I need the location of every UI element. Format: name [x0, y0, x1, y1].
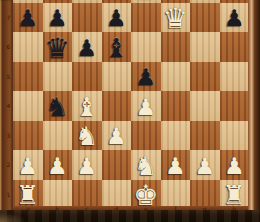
rank-label-2: 2 — [5, 150, 12, 180]
rank-label-7: 7 — [5, 3, 12, 33]
square-f5[interactable] — [161, 62, 191, 92]
rank-label-3: 3 — [5, 121, 12, 151]
square-h2[interactable]: ♟ — [220, 150, 250, 180]
square-a5[interactable] — [13, 62, 43, 92]
square-e2[interactable]: ♞ — [131, 150, 161, 180]
square-c6[interactable]: ♟ — [72, 32, 102, 62]
square-d3[interactable]: ♟ — [102, 121, 132, 151]
square-h5[interactable] — [220, 62, 250, 92]
square-g2[interactable]: ♟ — [190, 150, 220, 180]
square-e6[interactable] — [131, 32, 161, 62]
square-b3[interactable] — [43, 121, 73, 151]
square-f2[interactable]: ♟ — [161, 150, 191, 180]
square-c4[interactable]: ♝ — [72, 91, 102, 121]
frame-corner-highlight — [0, 212, 26, 222]
file-label-b: b — [43, 205, 73, 212]
piece-black-pawn[interactable]: ♟ — [135, 63, 156, 92]
square-h6[interactable] — [220, 32, 250, 62]
square-b6[interactable]: ♛ — [43, 32, 73, 62]
board-frame-right — [248, 0, 260, 222]
square-d7[interactable]: ♟ — [102, 3, 132, 33]
square-a3[interactable] — [13, 121, 43, 151]
piece-white-pawn[interactable]: ♟ — [194, 152, 215, 181]
piece-black-pawn[interactable]: ♟ — [76, 34, 97, 63]
square-b2[interactable]: ♟ — [43, 150, 73, 180]
piece-white-bishop[interactable]: ♝ — [75, 93, 98, 122]
square-g5[interactable] — [190, 62, 220, 92]
piece-white-pawn[interactable]: ♟ — [76, 152, 97, 181]
file-label-h: h — [220, 205, 250, 212]
rank-label-6: 6 — [5, 32, 12, 62]
square-b7[interactable]: ♟ — [43, 3, 73, 33]
square-e4[interactable]: ♟ — [131, 91, 161, 121]
chess-board: ♜♝♚♜♟♟♟♛♟♛♟♝♟♞♝♟♞♟♟♟♟♞♟♟♟♜♚♜ — [13, 0, 249, 209]
square-g6[interactable] — [190, 32, 220, 62]
file-label-g: g — [190, 205, 220, 212]
square-d4[interactable] — [102, 91, 132, 121]
square-c5[interactable] — [72, 62, 102, 92]
square-e7[interactable] — [131, 3, 161, 33]
square-e3[interactable] — [131, 121, 161, 151]
square-a7[interactable]: ♟ — [13, 3, 43, 33]
square-b5[interactable] — [43, 62, 73, 92]
piece-white-pawn[interactable]: ♟ — [17, 152, 38, 181]
square-c2[interactable]: ♟ — [72, 150, 102, 180]
rank-label-8: 8 — [5, 0, 12, 3]
square-a2[interactable]: ♟ — [13, 150, 43, 180]
piece-white-pawn[interactable]: ♟ — [47, 152, 68, 181]
piece-black-queen[interactable]: ♛ — [45, 34, 70, 63]
piece-white-pawn[interactable]: ♟ — [135, 93, 156, 122]
piece-black-pawn[interactable]: ♟ — [47, 4, 68, 33]
file-labels: abcdefgh — [13, 205, 249, 212]
piece-white-pawn[interactable]: ♟ — [224, 152, 245, 181]
piece-black-knight[interactable]: ♞ — [46, 93, 69, 122]
square-g3[interactable] — [190, 121, 220, 151]
square-h7[interactable]: ♟ — [220, 3, 250, 33]
square-d6[interactable]: ♝ — [102, 32, 132, 62]
piece-white-queen[interactable]: ♛ — [163, 4, 188, 33]
piece-black-pawn[interactable]: ♟ — [106, 4, 127, 33]
piece-white-knight[interactable]: ♞ — [75, 122, 98, 151]
square-g4[interactable] — [190, 91, 220, 121]
piece-white-pawn[interactable]: ♟ — [106, 122, 127, 151]
rank-labels: 12345678 — [0, 0, 12, 209]
square-f3[interactable] — [161, 121, 191, 151]
piece-white-knight[interactable]: ♞ — [134, 152, 157, 181]
square-h4[interactable] — [220, 91, 250, 121]
square-a6[interactable] — [13, 32, 43, 62]
square-g7[interactable] — [190, 3, 220, 33]
square-c3[interactable]: ♞ — [72, 121, 102, 151]
file-label-e: e — [131, 205, 161, 212]
file-label-a: a — [13, 205, 43, 212]
square-d2[interactable] — [102, 150, 132, 180]
rank-label-4: 4 — [5, 91, 12, 121]
rank-label-1: 1 — [5, 180, 12, 210]
square-b4[interactable]: ♞ — [43, 91, 73, 121]
square-d5[interactable] — [102, 62, 132, 92]
file-label-d: d — [102, 205, 132, 212]
square-e5[interactable]: ♟ — [131, 62, 161, 92]
piece-black-bishop[interactable]: ♝ — [105, 34, 128, 63]
file-label-f: f — [161, 205, 191, 212]
square-a4[interactable] — [13, 91, 43, 121]
piece-black-pawn[interactable]: ♟ — [224, 4, 245, 33]
rank-label-5: 5 — [5, 62, 12, 92]
square-f4[interactable] — [161, 91, 191, 121]
piece-black-pawn[interactable]: ♟ — [17, 4, 38, 33]
square-f7[interactable]: ♛ — [161, 3, 191, 33]
square-c7[interactable] — [72, 3, 102, 33]
piece-white-pawn[interactable]: ♟ — [165, 152, 186, 181]
chess-app: ♜♝♚♜♟♟♟♛♟♛♟♝♟♞♝♟♞♟♟♟♟♞♟♟♟♜♚♜ abcdefgh 12… — [0, 0, 260, 222]
file-label-c: c — [72, 205, 102, 212]
square-h3[interactable] — [220, 121, 250, 151]
square-f6[interactable] — [161, 32, 191, 62]
